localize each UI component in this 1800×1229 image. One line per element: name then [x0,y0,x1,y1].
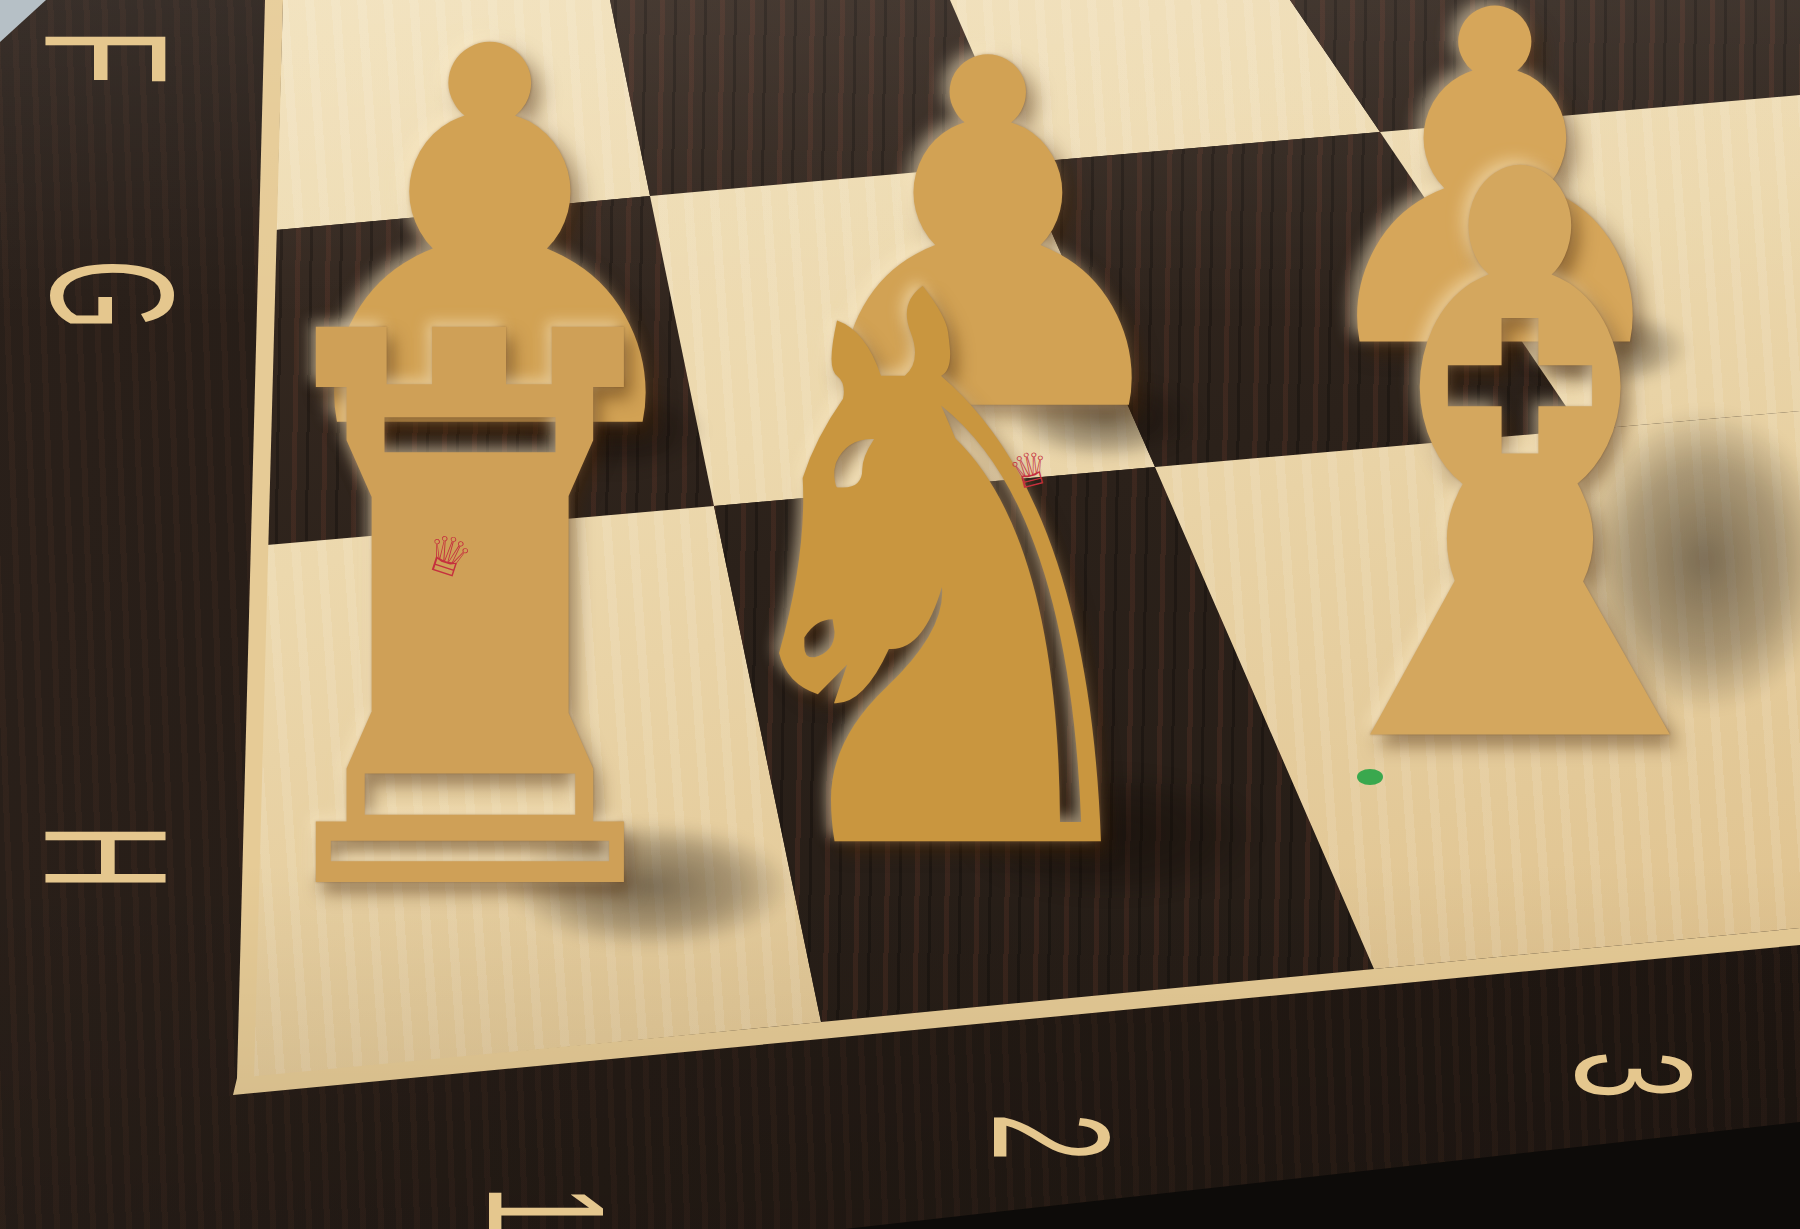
piece-rook-h1[interactable]: ♜ [225,238,716,998]
coordinate-label-file-f: F [18,29,193,85]
coordinate-label-file-h: H [18,824,193,890]
coordinate-label-rank-3: 3 [1551,1051,1716,1099]
coordinate-label-rank-2: 2 [968,1113,1133,1161]
piece-knight-h2[interactable]: ♞ [688,198,1192,958]
coordinate-label-file-g: G [25,260,200,331]
chessboard-photo: FGH123♟♟♟♜♞♝♕♕ [0,0,1800,1229]
piece-bishop-h3[interactable]: ♝ [1233,75,1800,855]
felt-dot-bishop [1357,769,1383,785]
coordinate-label-rank-1: 1 [463,1186,628,1229]
